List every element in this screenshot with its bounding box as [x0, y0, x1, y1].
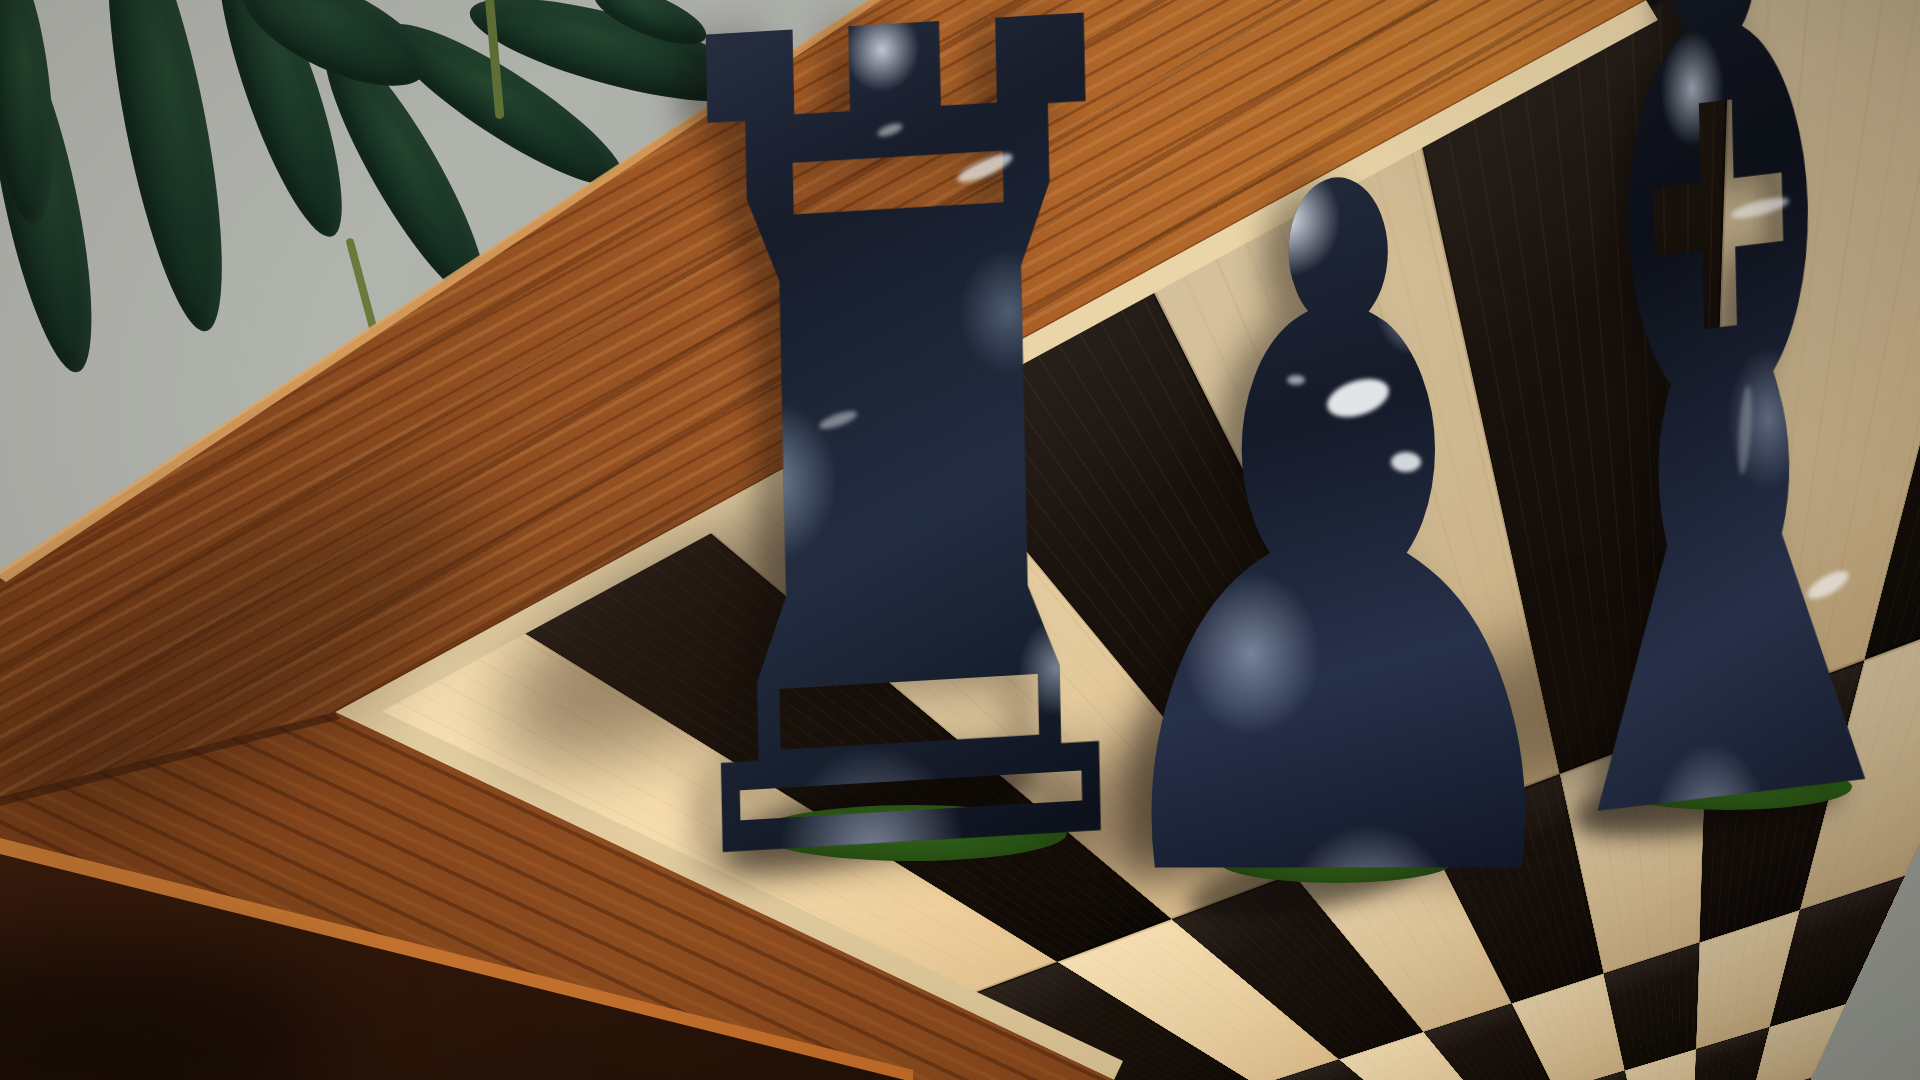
glint	[1391, 452, 1421, 472]
photo-stage: ♜ ♟ ♝	[0, 0, 1920, 1080]
black-bishop[interactable]: ♝	[1420, 0, 1920, 1029]
glint	[1287, 375, 1305, 385]
